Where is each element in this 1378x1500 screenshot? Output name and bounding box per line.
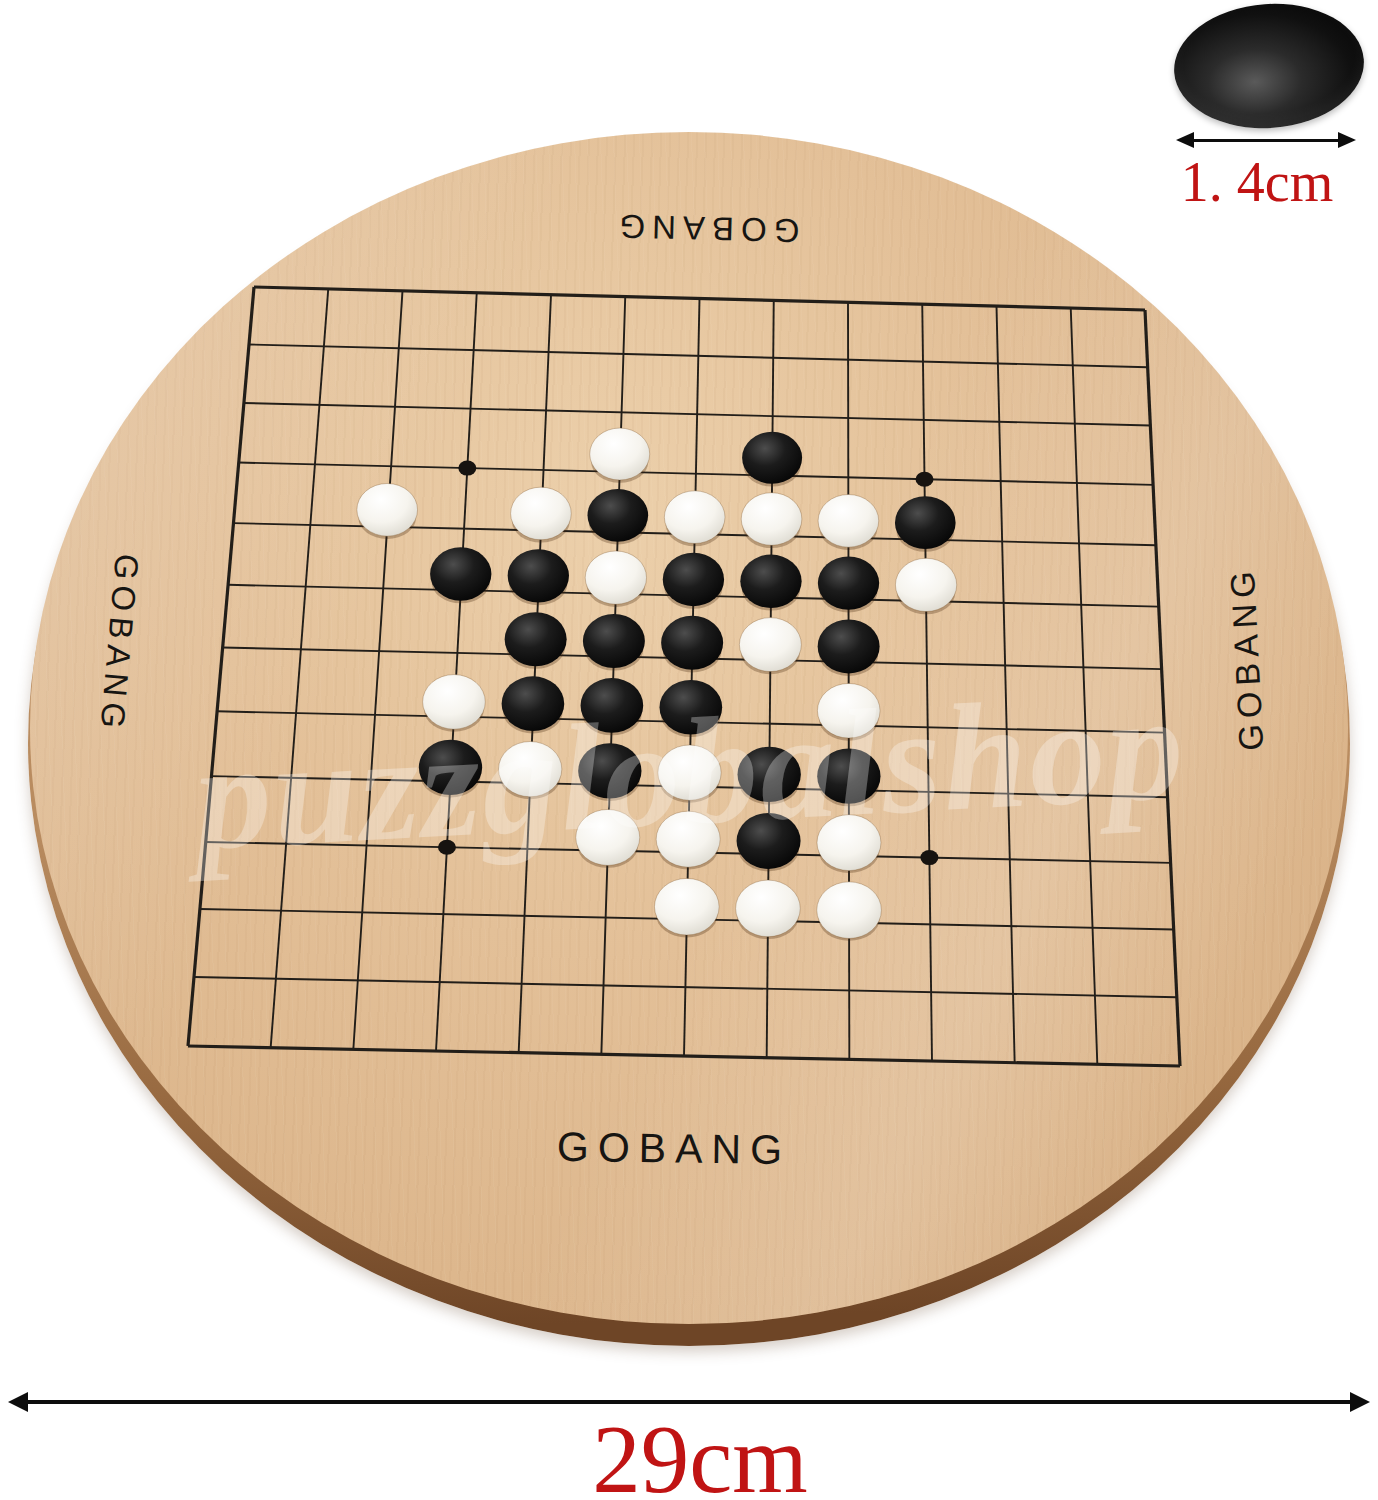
grid-vertical-line — [436, 293, 477, 1051]
white-stone — [895, 558, 956, 611]
white-stone — [736, 880, 801, 937]
board-dimension-arrow-left-icon — [8, 1392, 28, 1412]
black-stone — [502, 676, 565, 731]
white-stone — [511, 487, 572, 540]
black-stone — [505, 612, 567, 666]
grid-vertical-line — [848, 302, 849, 1059]
black-stone — [661, 616, 723, 670]
grid-vertical-line — [1071, 308, 1098, 1064]
black-stone — [583, 614, 645, 668]
stone-size-label: 1. 4cm — [1181, 150, 1333, 214]
star-point — [920, 850, 938, 865]
white-stone — [654, 878, 719, 935]
white-stone — [817, 882, 882, 939]
grid-vertical-line — [519, 295, 551, 1053]
grid-vertical-line — [922, 304, 932, 1061]
black-stone — [742, 432, 802, 484]
grid-vertical-line — [767, 300, 774, 1057]
stone-dimension-arrow-left-icon — [1176, 132, 1194, 148]
white-stone — [357, 483, 418, 536]
black-stone — [738, 747, 801, 802]
black-stone — [817, 749, 880, 804]
black-stone — [740, 555, 801, 608]
black-stone — [419, 740, 482, 795]
grid-vertical-line — [997, 306, 1015, 1063]
white-stone — [656, 811, 720, 867]
white-stone — [498, 741, 561, 796]
board-label-bottom: GOBANG — [557, 1124, 792, 1174]
black-stone — [430, 547, 491, 600]
white-stone — [658, 745, 721, 800]
white-stone — [817, 815, 881, 871]
star-point — [916, 472, 934, 487]
white-stone — [818, 495, 879, 548]
white-stone — [664, 491, 725, 544]
star-point — [438, 840, 456, 855]
grid-vertical-line — [601, 297, 625, 1055]
product-photo-scene: puzzglobalshop GOBANG GOBANG GOBANG GOBA… — [0, 0, 1378, 1500]
black-stone — [660, 680, 723, 735]
black-stone — [587, 489, 648, 542]
black-stone — [818, 619, 880, 673]
grid-vertical-line — [1145, 310, 1180, 1066]
white-stone — [739, 618, 801, 672]
grid-vertical-line — [353, 291, 402, 1050]
grid-vertical-line — [188, 287, 254, 1046]
white-stone — [576, 809, 640, 865]
black-stone — [818, 556, 879, 609]
white-stone — [741, 493, 802, 546]
white-stone — [585, 551, 646, 604]
stone-dimension-arrow-right-icon — [1338, 132, 1356, 148]
board-size-label: 29cm — [592, 1404, 808, 1500]
white-stone — [423, 675, 486, 730]
black-stone — [663, 553, 724, 606]
black-stone — [581, 678, 644, 733]
star-point — [458, 461, 476, 476]
black-stone — [508, 549, 569, 602]
white-stone — [817, 683, 880, 738]
grid-vertical-line — [684, 299, 700, 1057]
board-label-top: GOBANG — [612, 207, 800, 250]
black-stone — [895, 496, 956, 549]
board-dimension-arrow-right-icon — [1350, 1392, 1370, 1412]
white-stone — [590, 428, 650, 480]
stone-dimension-line — [1192, 139, 1340, 142]
grid-vertical-line — [271, 289, 329, 1048]
black-stone — [578, 743, 641, 798]
black-stone — [737, 813, 801, 869]
